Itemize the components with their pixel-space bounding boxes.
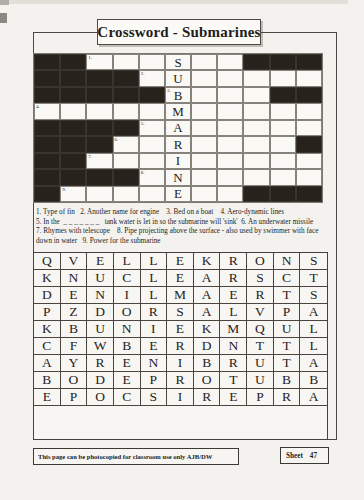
wordsearch-letter: Z (69, 305, 77, 319)
crossword-cell-r3c1-black (34, 87, 60, 103)
crossword-letter: M (172, 105, 184, 118)
wordsearch-letter: A (202, 305, 212, 319)
wordsearch-letter: E (229, 390, 237, 404)
wordsearch-letter: I (151, 322, 156, 336)
wordsearch-letter: E (176, 271, 184, 285)
wordsearch-letter: L (310, 339, 318, 353)
crossword-cell-r5c4-black (113, 120, 139, 136)
wordsearch-cell-r4c7: A (194, 304, 221, 321)
wordsearch-letter: L (123, 254, 131, 268)
crossword-cell-r9c10-black (270, 186, 296, 202)
wordsearch-letter: K (202, 322, 212, 336)
wordsearch-cell-r3c7: A (194, 287, 221, 304)
wordsearch-cell-r1c2: V (61, 253, 88, 270)
wordsearch-cell-r9c2: P (61, 389, 88, 406)
wordsearch-cell-r3c5: L (141, 287, 168, 304)
wordsearch-cell-r8c10: B (274, 372, 301, 389)
wordsearch-letter: N (148, 356, 158, 370)
scan-artifact (0, 13, 7, 23)
wordsearch-letter: D (95, 305, 105, 319)
crossword-cell-r7c5 (139, 153, 165, 169)
crossword-cell-r4c2 (60, 103, 86, 119)
sheet-box: Sheet 47 (280, 447, 329, 464)
wordsearch-cell-r4c11: A (300, 304, 327, 321)
wordsearch-letter: L (229, 305, 237, 319)
clue-line-1: 1. Type of fin 2. Another name for engin… (36, 208, 340, 218)
wordsearch-letter: M (227, 322, 239, 336)
wordsearch-cell-r7c10: T (274, 355, 301, 372)
wordsearch-cell-r5c9: Q (247, 321, 274, 338)
crossword-cell-r2c11 (296, 70, 322, 86)
wordsearch-letter: E (96, 254, 104, 268)
crossword-cell-r9c5 (139, 186, 165, 202)
wordsearch-cell-r6c5: E (141, 338, 168, 355)
wordsearch-cell-r5c4: N (114, 321, 141, 338)
wordsearch-letter: O (95, 390, 105, 404)
wordsearch-cell-r4c9: V (247, 304, 274, 321)
wordsearch-cell-r2c8: R (220, 270, 247, 287)
copyright-text: This page can be photocopied for classro… (34, 453, 212, 460)
wordsearch-letter: Q (255, 322, 265, 336)
wordsearch-letter: I (178, 356, 183, 370)
crossword-cell-r2c6: U (165, 70, 191, 86)
wordsearch-cell-r2c6: E (167, 270, 194, 287)
crossword-cell-r1c5 (139, 54, 165, 70)
wordsearch-letter: B (202, 356, 211, 370)
crossword-cell-r4c9 (243, 103, 269, 119)
wordsearch-cell-r6c7: D (194, 338, 221, 355)
wordsearch-cell-r3c11: S (300, 287, 327, 304)
wordsearch-letter: S (256, 271, 264, 285)
crossword-cell-r5c8 (217, 120, 243, 136)
wordsearch-letter: N (69, 271, 79, 285)
crossword-cell-r8c7 (191, 169, 217, 185)
crossword-cell-r1c11-black (296, 54, 322, 70)
clues-text: 1. Type of fin 2. Another name for engin… (36, 208, 340, 246)
crossword-cell-r7c9 (243, 153, 269, 169)
wordsearch-cell-r9c8: E (220, 389, 247, 406)
crossword-letter: S (174, 56, 181, 69)
wordsearch-letter: E (69, 288, 77, 302)
crossword-cell-r9c3 (86, 186, 112, 202)
wordsearch-letter: R (229, 254, 238, 268)
copyright-box: This page can be photocopied for classro… (33, 448, 239, 465)
crossword-cell-r8c11 (296, 169, 322, 185)
wordsearch-letter: C (282, 271, 291, 285)
crossword-cell-r8c8 (217, 169, 243, 185)
clue-line-4: down in water 9. Power for the submarine (36, 237, 340, 247)
crossword-cell-r6c6: R (165, 136, 191, 152)
crossword-cell-r7c6: I (165, 153, 191, 169)
crossword-cell-r1c9-black (243, 54, 269, 70)
wordsearch-letter: T (310, 271, 318, 285)
wordsearch-cell-r7c11: A (300, 355, 327, 372)
wordsearch-letter: C (122, 390, 131, 404)
wordsearch-letter: R (149, 305, 158, 319)
crossword-cell-r4c4 (113, 103, 139, 119)
wordsearch-box: QVELLEKRONSKNUCLEARSCTDENILMAERTSPZDORSA… (33, 252, 328, 440)
crossword-cell-r2c8 (217, 70, 243, 86)
crossword-cell-r8c9 (243, 169, 269, 185)
wordsearch-letter: A (42, 356, 52, 370)
crossword-cell-r4c10 (270, 103, 296, 119)
wordsearch-cell-r6c9: T (247, 338, 274, 355)
crossword-cell-r5c7 (191, 120, 217, 136)
crossword-cell-r2c7 (191, 70, 217, 86)
crossword-cell-r9c7 (191, 186, 217, 202)
wordsearch-cell-r1c10: N (274, 253, 301, 270)
crossword-letter: N (173, 171, 182, 184)
crossword-cell-r3c11-black (296, 87, 322, 103)
wordsearch-cell-r8c4: E (114, 372, 141, 389)
scan-edge-artifact (0, 0, 348, 4)
sheet-label: Sheet (281, 452, 303, 460)
wordsearch-letter: R (175, 339, 184, 353)
wordsearch-letter: P (150, 373, 158, 387)
clue-number: 4. (36, 104, 40, 110)
crossword-letter: R (174, 138, 183, 151)
wordsearch-cell-r6c4: B (114, 338, 141, 355)
wordsearch-cell-r8c11: B (300, 372, 327, 389)
wordsearch-cell-r4c2: Z (61, 304, 88, 321)
crossword-cell-r9c4 (113, 186, 139, 202)
wordsearch-cell-r4c4: O (114, 304, 141, 321)
crossword-cell-r3c5-black (139, 87, 165, 103)
wordsearch-letter: Q (42, 254, 52, 268)
wordsearch-letter: N (282, 254, 292, 268)
wordsearch-cell-r2c4: C (114, 270, 141, 287)
wordsearch-cell-r8c5: P (141, 372, 168, 389)
crossword-cell-r9c6: E (165, 186, 191, 202)
page-title: Crossword - Submarines (97, 24, 260, 41)
wordsearch-cell-r4c5: R (141, 304, 168, 321)
wordsearch-cell-r2c5: L (141, 270, 168, 287)
crossword-cell-r6c3-black (86, 136, 112, 152)
crossword-cell-r6c1-black (34, 136, 60, 152)
sheet-number: 47 (303, 452, 317, 460)
wordsearch-grid: QVELLEKRONSKNUCLEARSCTDENILMAERTSPZDORSA… (34, 253, 327, 406)
clue-number: 2. (141, 71, 145, 77)
wordsearch-cell-r5c7: K (194, 321, 221, 338)
crossword-cell-r1c1-black (34, 54, 60, 70)
wordsearch-cell-r6c8: N (220, 338, 247, 355)
wordsearch-cell-r4c1: P (34, 304, 61, 321)
wordsearch-letter: B (282, 373, 291, 387)
wordsearch-cell-r6c1: C (34, 338, 61, 355)
clue-number: 1. (88, 55, 92, 61)
wordsearch-cell-r7c9: U (247, 355, 274, 372)
wordsearch-letter: T (282, 339, 290, 353)
crossword-cell-r5c9 (243, 120, 269, 136)
wordsearch-letter: R (202, 390, 211, 404)
crossword-cell-r1c6: S (165, 54, 191, 70)
crossword-cell-r3c3-black (86, 87, 112, 103)
wordsearch-cell-r1c7: K (194, 253, 221, 270)
wordsearch-cell-r4c8: L (220, 304, 247, 321)
wordsearch-cell-r1c6: E (167, 253, 194, 270)
wordsearch-letter: T (229, 373, 237, 387)
wordsearch-letter: P (70, 390, 78, 404)
wordsearch-letter: K (42, 271, 52, 285)
wordsearch-letter: D (42, 288, 52, 302)
crossword-cell-r8c3-black (86, 169, 112, 185)
crossword-cell-r3c8 (217, 87, 243, 103)
crossword-cell-r8c10 (270, 169, 296, 185)
wordsearch-cell-r9c11: A (300, 389, 327, 406)
crossword-cell-r6c7 (191, 136, 217, 152)
wordsearch-letter: K (42, 322, 52, 336)
crossword-cell-r9c9-black (243, 186, 269, 202)
wordsearch-letter: K (202, 254, 212, 268)
crossword-cell-r5c3-black (86, 120, 112, 136)
wordsearch-cell-r9c4: C (114, 389, 141, 406)
wordsearch-cell-r8c6: R (167, 372, 194, 389)
wordsearch-letter: Y (69, 356, 79, 370)
crossword-cell-r6c9 (243, 136, 269, 152)
crossword-cell-r7c10 (270, 153, 296, 169)
crossword-cell-r4c11 (296, 103, 322, 119)
crossword-cell-r1c2-black (60, 54, 86, 70)
wordsearch-cell-r8c1: B (34, 372, 61, 389)
crossword-cell-r6c2-black (60, 136, 86, 152)
wordsearch-cell-r5c10: U (274, 321, 301, 338)
wordsearch-letter: N (122, 322, 132, 336)
crossword-cell-r4c5 (139, 103, 165, 119)
crossword-cell-r5c6: A (165, 120, 191, 136)
crossword-letter: U (173, 72, 182, 85)
wordsearch-letter: N (95, 288, 105, 302)
clue-number: 9. (62, 187, 66, 193)
wordsearch-cell-r5c3: U (87, 321, 114, 338)
wordsearch-letter: L (149, 254, 157, 268)
wordsearch-letter: V (255, 305, 265, 319)
wordsearch-cell-r9c3: O (87, 389, 114, 406)
crossword-cell-r9c1-black (34, 186, 60, 202)
crossword-cell-r7c1-black (34, 153, 60, 169)
clue-number: 7. (88, 154, 92, 160)
crossword-cell-r7c8 (217, 153, 243, 169)
wordsearch-cell-r2c11: T (300, 270, 327, 287)
wordsearch-letter: P (283, 305, 291, 319)
clue-number: 6. (115, 137, 119, 143)
wordsearch-cell-r5c8: M (220, 321, 247, 338)
wordsearch-cell-r1c4: L (114, 253, 141, 270)
wordsearch-cell-r3c8: E (220, 287, 247, 304)
wordsearch-cell-r3c9: R (247, 287, 274, 304)
wordsearch-letter: S (150, 390, 158, 404)
crossword-cell-r9c11-black (296, 186, 322, 202)
wordsearch-letter: I (178, 390, 183, 404)
wordsearch-letter: T (282, 356, 290, 370)
crossword-grid: 1.S2.U3.B4.M5.A6.R7.I8.N9.E (33, 53, 323, 203)
wordsearch-cell-r9c7: R (194, 389, 221, 406)
wordsearch-cell-r9c6: I (167, 389, 194, 406)
wordsearch-cell-r8c9: U (247, 372, 274, 389)
crossword-cell-r2c2-black (60, 70, 86, 86)
crossword-cell-r8c4-black (113, 169, 139, 185)
wordsearch-letter: T (282, 288, 290, 302)
wordsearch-letter: C (42, 339, 51, 353)
wordsearch-cell-r7c5: N (141, 355, 168, 372)
title-box: Crossword - Submarines (97, 19, 261, 45)
wordsearch-cell-r2c7: A (194, 270, 221, 287)
wordsearch-cell-r4c3: D (87, 304, 114, 321)
wordsearch-cell-r5c1: K (34, 321, 61, 338)
wordsearch-letter: R (282, 390, 291, 404)
crossword-cell-r6c8 (217, 136, 243, 152)
wordsearch-letter: I (124, 288, 129, 302)
wordsearch-cell-r9c5: S (141, 389, 168, 406)
wordsearch-letter: L (310, 322, 318, 336)
wordsearch-letter: O (69, 373, 79, 387)
clue-number: 3. (167, 88, 171, 94)
wordsearch-cell-r7c1: A (34, 355, 61, 372)
crossword-cell-r2c10 (270, 70, 296, 86)
crossword-cell-r4c6: M (165, 103, 191, 119)
crossword-cell-r2c4-black (113, 70, 139, 86)
wordsearch-letter: U (255, 373, 265, 387)
wordsearch-letter: O (122, 305, 132, 319)
clue-line-2: 5. In the _ _ _ _ _ _ _ tank water is le… (36, 218, 340, 228)
crossword-cell-r1c3: 1. (86, 54, 112, 70)
wordsearch-letter: F (70, 339, 78, 353)
wordsearch-cell-r2c3: U (87, 270, 114, 287)
wordsearch-letter: B (309, 373, 318, 387)
crossword-letter: E (174, 187, 182, 200)
wordsearch-cell-r3c2: E (61, 287, 88, 304)
wordsearch-cell-r1c9: O (247, 253, 274, 270)
crossword-cell-r7c7 (191, 153, 217, 169)
wordsearch-letter: E (123, 373, 131, 387)
wordsearch-letter: U (95, 322, 105, 336)
wordsearch-letter: E (229, 288, 237, 302)
wordsearch-cell-r1c11: S (300, 253, 327, 270)
wordsearch-cell-r6c10: T (274, 338, 301, 355)
wordsearch-letter: R (255, 288, 264, 302)
wordsearch-letter: A (202, 271, 212, 285)
crossword-cell-r9c8 (217, 186, 243, 202)
wordsearch-cell-r6c3: W (87, 338, 114, 355)
wordsearch-cell-r1c1: Q (34, 253, 61, 270)
wordsearch-letter: E (149, 339, 157, 353)
wordsearch-cell-r6c2: F (61, 338, 88, 355)
wordsearch-letter: U (255, 356, 265, 370)
wordsearch-cell-r2c2: N (61, 270, 88, 287)
crossword-letter: I (176, 154, 180, 167)
wordsearch-letter: P (43, 305, 51, 319)
crossword-cell-r5c1-black (34, 120, 60, 136)
crossword-cell-r1c7 (191, 54, 217, 70)
wordsearch-cell-r5c5: I (141, 321, 168, 338)
wordsearch-letter: M (174, 288, 186, 302)
crossword-letter: A (173, 121, 182, 134)
crossword-cell-r5c10 (270, 120, 296, 136)
wordsearch-letter: E (43, 390, 51, 404)
crossword-cell-r8c1-black (34, 169, 60, 185)
crossword-cell-r4c7 (191, 103, 217, 119)
wordsearch-cell-r9c10: R (274, 389, 301, 406)
crossword-cell-r8c2-black (60, 169, 86, 185)
crossword-cell-r1c8 (217, 54, 243, 70)
wordsearch-cell-r7c8: R (220, 355, 247, 372)
clue-number: 5. (141, 121, 145, 127)
wordsearch-letter: A (309, 390, 319, 404)
crossword-cell-r7c11 (296, 153, 322, 169)
wordsearch-letter: E (123, 356, 131, 370)
crossword-cell-r4c1: 4. (34, 103, 60, 119)
crossword-cell-r7c4 (113, 153, 139, 169)
wordsearch-letter: P (256, 390, 264, 404)
wordsearch-letter: A (202, 288, 212, 302)
wordsearch-cell-r8c3: D (87, 372, 114, 389)
wordsearch-letter: B (42, 373, 51, 387)
wordsearch-letter: S (310, 288, 318, 302)
crossword-cell-r7c3: 7. (86, 153, 112, 169)
wordsearch-cell-r1c3: E (87, 253, 114, 270)
wordsearch-cell-r8c8: T (220, 372, 247, 389)
crossword-cell-r2c9 (243, 70, 269, 86)
wordsearch-letter: R (229, 271, 238, 285)
wordsearch-cell-r2c1: K (34, 270, 61, 287)
wordsearch-letter: A (309, 356, 319, 370)
wordsearch-cell-r3c6: M (167, 287, 194, 304)
wordsearch-cell-r5c2: B (61, 321, 88, 338)
clue-number: 8. (141, 170, 145, 176)
wordsearch-cell-r4c10: P (274, 304, 301, 321)
wordsearch-cell-r7c2: Y (61, 355, 88, 372)
crossword-cell-r3c10-black (270, 87, 296, 103)
wordsearch-cell-r2c9: S (247, 270, 274, 287)
crossword-cell-r6c4: 6. (113, 136, 139, 152)
wordsearch-letter: S (310, 254, 318, 268)
wordsearch-letter: D (202, 339, 212, 353)
wordsearch-letter: R (175, 373, 184, 387)
crossword-cell-r3c4-black (113, 87, 139, 103)
wordsearch-letter: R (96, 356, 105, 370)
wordsearch-letter: B (69, 322, 78, 336)
crossword-cell-r4c8 (217, 103, 243, 119)
wordsearch-cell-r8c2: O (61, 372, 88, 389)
scan-artifact (0, 0, 9, 5)
crossword-cell-r5c11 (296, 120, 322, 136)
wordsearch-letter: D (95, 373, 105, 387)
wordsearch-cell-r3c1: D (34, 287, 61, 304)
crossword-cell-r3c9 (243, 87, 269, 103)
wordsearch-letter: U (282, 322, 292, 336)
wordsearch-letter: L (149, 288, 157, 302)
crossword-cell-r3c6: 3.B (165, 87, 191, 103)
wordsearch-cell-r9c9: P (247, 389, 274, 406)
crossword-cell-r3c7 (191, 87, 217, 103)
wordsearch-cell-r6c6: R (167, 338, 194, 355)
wordsearch-letter: U (95, 271, 105, 285)
wordsearch-letter: R (229, 356, 238, 370)
crossword-cell-r8c6: N (165, 169, 191, 185)
crossword-cell-r7c2-black (60, 153, 86, 169)
wordsearch-cell-r7c7: B (194, 355, 221, 372)
wordsearch-letter: W (94, 339, 107, 353)
wordsearch-cell-r3c3: N (87, 287, 114, 304)
crossword-cell-r6c5 (139, 136, 165, 152)
wordsearch-letter: S (176, 305, 184, 319)
crossword-cell-r6c11-black (296, 136, 322, 152)
wordsearch-letter: E (176, 254, 184, 268)
wordsearch-cell-r5c6: E (167, 321, 194, 338)
wordsearch-cell-r9c1: E (34, 389, 61, 406)
wordsearch-cell-r7c6: I (167, 355, 194, 372)
crossword-cell-r2c5: 2. (139, 70, 165, 86)
crossword-cell-r8c5: 8. (139, 169, 165, 185)
